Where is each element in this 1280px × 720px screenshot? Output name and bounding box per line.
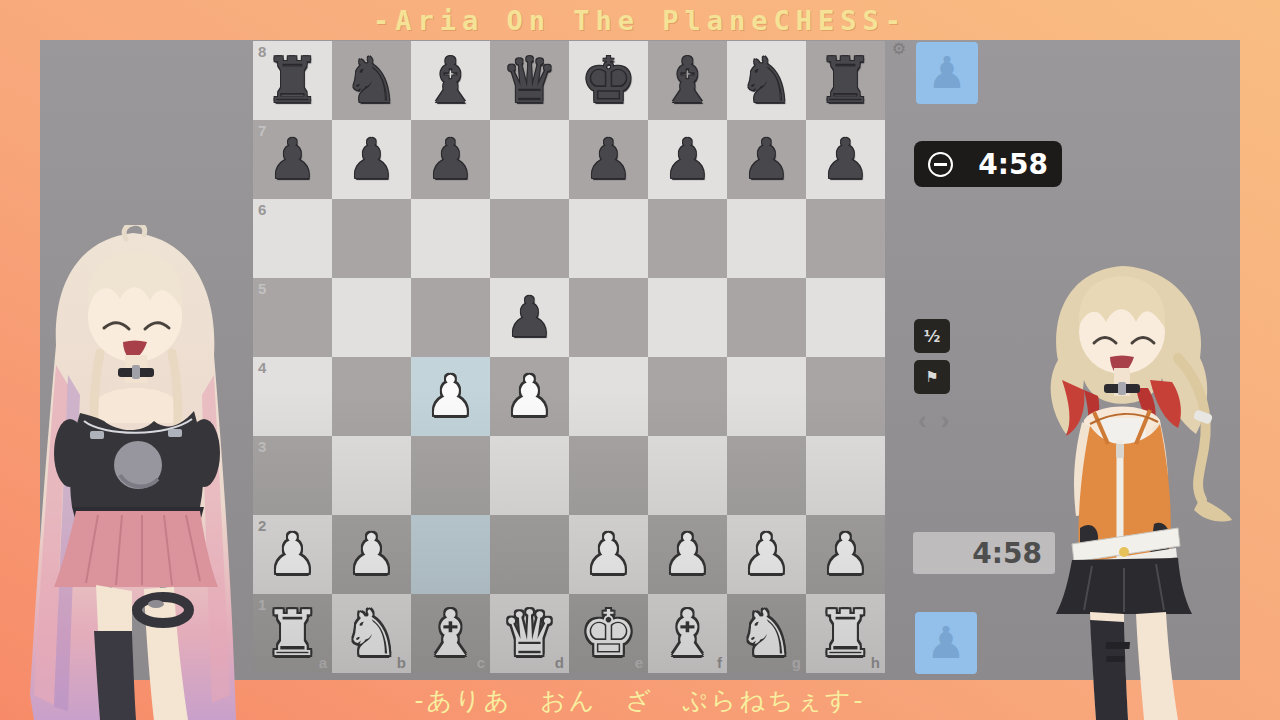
square-c8[interactable]: ♝: [411, 41, 490, 120]
piece-black-pawn[interactable]: ♟: [411, 120, 490, 199]
chess-board[interactable]: 8♜♞♝♛♚♝♞♜7♟♟♟♟♟♟♟65♟4♟♟32♟♟♟♟♟♟1a♜b♞c♝d♛…: [253, 41, 885, 673]
square-g5[interactable]: [727, 278, 806, 357]
settings-gear-icon[interactable]: ⚙: [890, 40, 908, 58]
piece-black-pawn[interactable]: ♟: [727, 120, 806, 199]
piece-white-pawn[interactable]: ♟: [411, 357, 490, 436]
square-g1[interactable]: g♞: [727, 594, 806, 673]
square-f7[interactable]: ♟: [648, 120, 727, 199]
piece-black-pawn[interactable]: ♟: [490, 278, 569, 357]
square-g8[interactable]: ♞: [727, 41, 806, 120]
square-b4[interactable]: [332, 357, 411, 436]
white-clock-time: 4:58: [972, 537, 1055, 570]
piece-black-pawn[interactable]: ♟: [253, 120, 332, 199]
square-f8[interactable]: ♝: [648, 41, 727, 120]
square-d3[interactable]: [490, 436, 569, 515]
square-b5[interactable]: [332, 278, 411, 357]
piece-white-pawn[interactable]: ♟: [253, 515, 332, 594]
square-a7[interactable]: 7♟: [253, 120, 332, 199]
square-a3[interactable]: 3: [253, 436, 332, 515]
piece-black-knight[interactable]: ♞: [727, 41, 806, 120]
square-b6[interactable]: [332, 199, 411, 278]
rank-label-3: 3: [258, 438, 266, 455]
square-a6[interactable]: 6: [253, 199, 332, 278]
square-h2[interactable]: ♟: [806, 515, 885, 594]
square-h8[interactable]: ♜: [806, 41, 885, 120]
piece-black-pawn[interactable]: ♟: [569, 120, 648, 199]
piece-black-queen[interactable]: ♛: [490, 41, 569, 120]
square-h1[interactable]: h♜: [806, 594, 885, 673]
square-e5[interactable]: [569, 278, 648, 357]
piece-white-rook[interactable]: ♜: [806, 594, 885, 673]
square-f2[interactable]: ♟: [648, 515, 727, 594]
footer-title: -ありあ おん ざ ぷらねちぇす-: [414, 684, 865, 717]
square-d7[interactable]: [490, 120, 569, 199]
piece-black-pawn[interactable]: ♟: [806, 120, 885, 199]
square-d6[interactable]: [490, 199, 569, 278]
square-a5[interactable]: 5: [253, 278, 332, 357]
piece-white-pawn[interactable]: ♟: [727, 515, 806, 594]
rank-label-5: 5: [258, 280, 266, 297]
square-h3[interactable]: [806, 436, 885, 515]
piece-black-bishop[interactable]: ♝: [411, 41, 490, 120]
square-b7[interactable]: ♟: [332, 120, 411, 199]
square-h4[interactable]: [806, 357, 885, 436]
square-a1[interactable]: 1a♜: [253, 594, 332, 673]
avatar-pawn-icon: ♟: [927, 51, 966, 95]
square-e2[interactable]: ♟: [569, 515, 648, 594]
square-h6[interactable]: [806, 199, 885, 278]
square-b2[interactable]: ♟: [332, 515, 411, 594]
black-player-clock: 4:58: [914, 141, 1062, 187]
square-d4[interactable]: ♟: [490, 357, 569, 436]
piece-white-knight[interactable]: ♞: [332, 594, 411, 673]
square-e6[interactable]: [569, 199, 648, 278]
square-g4[interactable]: [727, 357, 806, 436]
piece-white-queen[interactable]: ♛: [490, 594, 569, 673]
square-a4[interactable]: 4: [253, 357, 332, 436]
square-e8[interactable]: ♚: [569, 41, 648, 120]
piece-white-pawn[interactable]: ♟: [332, 515, 411, 594]
square-h5[interactable]: [806, 278, 885, 357]
square-c4[interactable]: ♟: [411, 357, 490, 436]
square-b3[interactable]: [332, 436, 411, 515]
square-g2[interactable]: ♟: [727, 515, 806, 594]
square-f4[interactable]: [648, 357, 727, 436]
resign-flag-icon: ⚑: [925, 368, 938, 386]
piece-white-king[interactable]: ♚: [569, 594, 648, 673]
resign-button[interactable]: ⚑: [914, 360, 950, 394]
square-g6[interactable]: [727, 199, 806, 278]
offer-draw-button[interactable]: ½: [914, 319, 950, 353]
prev-move-arrow-icon[interactable]: ‹: [918, 406, 927, 434]
square-e4[interactable]: [569, 357, 648, 436]
square-c1[interactable]: c♝: [411, 594, 490, 673]
black-clock-time: 4:58: [978, 148, 1062, 181]
square-f1[interactable]: f♝: [648, 594, 727, 673]
square-b1[interactable]: b♞: [332, 594, 411, 673]
square-e7[interactable]: ♟: [569, 120, 648, 199]
rank-label-6: 6: [258, 201, 266, 218]
piece-white-pawn[interactable]: ♟: [490, 357, 569, 436]
avatar-pawn-icon: ♟: [926, 621, 965, 665]
piece-black-pawn[interactable]: ♟: [648, 120, 727, 199]
square-f6[interactable]: [648, 199, 727, 278]
square-e1[interactable]: e♚: [569, 594, 648, 673]
white-player-avatar[interactable]: ♟: [915, 612, 977, 674]
square-f3[interactable]: [648, 436, 727, 515]
square-h7[interactable]: ♟: [806, 120, 885, 199]
app-title: -Aria On The PlaneCHESS-: [373, 5, 907, 36]
square-c3[interactable]: [411, 436, 490, 515]
piece-white-pawn[interactable]: ♟: [569, 515, 648, 594]
square-g3[interactable]: [727, 436, 806, 515]
piece-black-knight[interactable]: ♞: [332, 41, 411, 120]
piece-black-rook[interactable]: ♜: [806, 41, 885, 120]
circled-minus-icon: [928, 152, 953, 177]
piece-black-rook[interactable]: ♜: [253, 41, 332, 120]
square-d5[interactable]: ♟: [490, 278, 569, 357]
square-c2[interactable]: [411, 515, 490, 594]
square-a8[interactable]: 8♜: [253, 41, 332, 120]
piece-white-knight[interactable]: ♞: [727, 594, 806, 673]
piece-black-pawn[interactable]: ♟: [332, 120, 411, 199]
square-d1[interactable]: d♛: [490, 594, 569, 673]
piece-white-pawn[interactable]: ♟: [648, 515, 727, 594]
footer-bar: -ありあ おん ざ ぷらねちぇす-: [0, 680, 1280, 720]
piece-black-king[interactable]: ♚: [569, 41, 648, 120]
white-player-clock: 4:58: [913, 532, 1055, 574]
rank-label-4: 4: [258, 359, 266, 376]
title-bar: -Aria On The PlaneCHESS-: [0, 0, 1280, 40]
square-e3[interactable]: [569, 436, 648, 515]
square-d2[interactable]: [490, 515, 569, 594]
piece-white-bishop[interactable]: ♝: [411, 594, 490, 673]
next-move-arrow-icon[interactable]: ›: [941, 406, 950, 434]
black-player-avatar[interactable]: ♟: [916, 42, 978, 104]
move-navigation: ‹ ›: [918, 406, 949, 434]
square-c5[interactable]: [411, 278, 490, 357]
piece-white-bishop[interactable]: ♝: [648, 594, 727, 673]
square-b8[interactable]: ♞: [332, 41, 411, 120]
square-f5[interactable]: [648, 278, 727, 357]
piece-white-pawn[interactable]: ♟: [806, 515, 885, 594]
square-c6[interactable]: [411, 199, 490, 278]
square-a2[interactable]: 2♟: [253, 515, 332, 594]
piece-white-rook[interactable]: ♜: [253, 594, 332, 673]
square-c7[interactable]: ♟: [411, 120, 490, 199]
square-g7[interactable]: ♟: [727, 120, 806, 199]
app-window: -Aria On The PlaneCHESS- 8♜♞♝♛♚♝♞♜7♟♟♟♟♟…: [0, 0, 1280, 720]
square-d8[interactable]: ♛: [490, 41, 569, 120]
piece-black-bishop[interactable]: ♝: [648, 41, 727, 120]
